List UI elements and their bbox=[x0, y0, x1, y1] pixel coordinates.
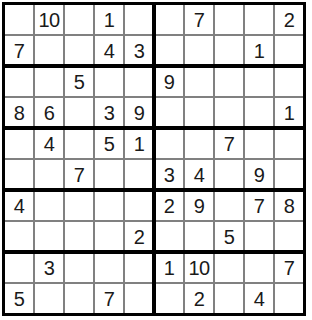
cell-r3c6[interactable]: 9 bbox=[155, 67, 183, 96]
cell-r3c9[interactable] bbox=[245, 67, 273, 96]
cell-r1c10[interactable]: 2 bbox=[275, 5, 303, 34]
cell-r4c5[interactable]: 9 bbox=[125, 98, 153, 127]
cell-r7c3[interactable] bbox=[65, 191, 93, 220]
cell-r3c2[interactable] bbox=[35, 67, 63, 96]
cell-r10c4[interactable]: 7 bbox=[95, 284, 123, 313]
cell-r8c2[interactable] bbox=[35, 222, 63, 251]
cell-r1c6[interactable] bbox=[155, 5, 183, 34]
cell-r6c6[interactable]: 3 bbox=[155, 160, 183, 189]
cell-r2c8[interactable] bbox=[215, 36, 243, 65]
cell-r8c5[interactable]: 2 bbox=[125, 222, 153, 251]
cell-r1c8[interactable] bbox=[215, 5, 243, 34]
cell-r4c8[interactable] bbox=[215, 98, 243, 127]
cell-r9c1[interactable] bbox=[5, 253, 33, 282]
cell-r10c10[interactable] bbox=[275, 284, 303, 313]
cell-r1c9[interactable] bbox=[245, 5, 273, 34]
cell-r9c2[interactable]: 3 bbox=[35, 253, 63, 282]
cell-r7c4[interactable] bbox=[95, 191, 123, 220]
cell-r2c5[interactable]: 3 bbox=[125, 36, 153, 65]
cell-r5c3[interactable] bbox=[65, 129, 93, 158]
cell-r7c9[interactable]: 7 bbox=[245, 191, 273, 220]
cell-r7c1[interactable]: 4 bbox=[5, 191, 33, 220]
cell-r4c4[interactable]: 3 bbox=[95, 98, 123, 127]
cell-r2c9[interactable]: 1 bbox=[245, 36, 273, 65]
cell-r8c1[interactable] bbox=[5, 222, 33, 251]
cell-r3c7[interactable] bbox=[185, 67, 213, 96]
cell-r5c8[interactable]: 7 bbox=[215, 129, 243, 158]
cell-r10c2[interactable] bbox=[35, 284, 63, 313]
cell-r3c8[interactable] bbox=[215, 67, 243, 96]
cell-r6c8[interactable] bbox=[215, 160, 243, 189]
cell-r2c4[interactable]: 4 bbox=[95, 36, 123, 65]
cell-r4c6[interactable] bbox=[155, 98, 183, 127]
cell-r6c7[interactable]: 4 bbox=[185, 160, 213, 189]
cell-r2c7[interactable] bbox=[185, 36, 213, 65]
cell-r10c6[interactable] bbox=[155, 284, 183, 313]
cell-r1c2[interactable]: 10 bbox=[35, 5, 63, 34]
cell-r8c8[interactable]: 5 bbox=[215, 222, 243, 251]
cell-r7c10[interactable]: 8 bbox=[275, 191, 303, 220]
sudoku-board: 1017274315986391451773494297825311075724 bbox=[2, 2, 306, 316]
cell-r2c6[interactable] bbox=[155, 36, 183, 65]
cell-r1c5[interactable] bbox=[125, 5, 153, 34]
cell-r9c3[interactable] bbox=[65, 253, 93, 282]
cell-r8c7[interactable] bbox=[185, 222, 213, 251]
cell-r8c4[interactable] bbox=[95, 222, 123, 251]
cell-r5c2[interactable]: 4 bbox=[35, 129, 63, 158]
cell-r6c2[interactable] bbox=[35, 160, 63, 189]
cell-r2c2[interactable] bbox=[35, 36, 63, 65]
cell-r10c7[interactable]: 2 bbox=[185, 284, 213, 313]
cell-r5c7[interactable] bbox=[185, 129, 213, 158]
cell-r6c9[interactable]: 9 bbox=[245, 160, 273, 189]
cell-r5c5[interactable]: 1 bbox=[125, 129, 153, 158]
cell-r6c5[interactable] bbox=[125, 160, 153, 189]
cell-r5c4[interactable]: 5 bbox=[95, 129, 123, 158]
cell-r5c10[interactable] bbox=[275, 129, 303, 158]
cell-r4c3[interactable] bbox=[65, 98, 93, 127]
cell-r1c4[interactable]: 1 bbox=[95, 5, 123, 34]
cell-r8c6[interactable] bbox=[155, 222, 183, 251]
cell-r9c4[interactable] bbox=[95, 253, 123, 282]
cell-r4c7[interactable] bbox=[185, 98, 213, 127]
cell-r6c1[interactable] bbox=[5, 160, 33, 189]
cell-r7c8[interactable] bbox=[215, 191, 243, 220]
cell-r10c5[interactable] bbox=[125, 284, 153, 313]
cell-r3c5[interactable] bbox=[125, 67, 153, 96]
cell-r10c8[interactable] bbox=[215, 284, 243, 313]
cell-r2c10[interactable] bbox=[275, 36, 303, 65]
cell-r8c9[interactable] bbox=[245, 222, 273, 251]
cell-r4c10[interactable]: 1 bbox=[275, 98, 303, 127]
cell-r1c3[interactable] bbox=[65, 5, 93, 34]
cell-r10c1[interactable]: 5 bbox=[5, 284, 33, 313]
page: 1017274315986391451773494297825311075724 bbox=[0, 0, 312, 320]
cell-r7c7[interactable]: 9 bbox=[185, 191, 213, 220]
cell-r8c3[interactable] bbox=[65, 222, 93, 251]
cell-r9c7[interactable]: 10 bbox=[185, 253, 213, 282]
cell-r6c10[interactable] bbox=[275, 160, 303, 189]
cell-r6c4[interactable] bbox=[95, 160, 123, 189]
cell-r3c4[interactable] bbox=[95, 67, 123, 96]
cell-r1c7[interactable]: 7 bbox=[185, 5, 213, 34]
cell-r4c9[interactable] bbox=[245, 98, 273, 127]
cell-r7c2[interactable] bbox=[35, 191, 63, 220]
cell-r6c3[interactable]: 7 bbox=[65, 160, 93, 189]
cell-r7c5[interactable] bbox=[125, 191, 153, 220]
cell-r3c1[interactable] bbox=[5, 67, 33, 96]
cell-r5c6[interactable] bbox=[155, 129, 183, 158]
cell-r9c5[interactable] bbox=[125, 253, 153, 282]
cell-r3c3[interactable]: 5 bbox=[65, 67, 93, 96]
cell-r9c6[interactable]: 1 bbox=[155, 253, 183, 282]
cell-r5c1[interactable] bbox=[5, 129, 33, 158]
cell-r3c10[interactable] bbox=[275, 67, 303, 96]
cell-r2c1[interactable]: 7 bbox=[5, 36, 33, 65]
cell-r10c9[interactable]: 4 bbox=[245, 284, 273, 313]
cell-r9c9[interactable] bbox=[245, 253, 273, 282]
cell-r7c6[interactable]: 2 bbox=[155, 191, 183, 220]
cell-r9c8[interactable] bbox=[215, 253, 243, 282]
cell-r9c10[interactable]: 7 bbox=[275, 253, 303, 282]
cell-r5c9[interactable] bbox=[245, 129, 273, 158]
cell-r10c3[interactable] bbox=[65, 284, 93, 313]
cell-r4c1[interactable]: 8 bbox=[5, 98, 33, 127]
cell-r4c2[interactable]: 6 bbox=[35, 98, 63, 127]
cell-r2c3[interactable] bbox=[65, 36, 93, 65]
cell-r8c10[interactable] bbox=[275, 222, 303, 251]
cell-r1c1[interactable] bbox=[5, 5, 33, 34]
